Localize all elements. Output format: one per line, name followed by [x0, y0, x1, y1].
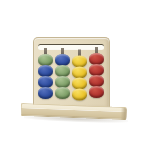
yellow-disc-col3-row1[interactable]: [72, 56, 87, 68]
blue-disc-col1-row3[interactable]: [38, 76, 53, 88]
column-4: [88, 47, 105, 103]
yellow-disc-col3-row4[interactable]: [72, 89, 87, 101]
green-disc-col2-row2[interactable]: [55, 65, 70, 77]
disc-columns: [37, 48, 105, 104]
green-disc-col2-row4[interactable]: [55, 87, 70, 99]
toy-scene: [0, 0, 150, 150]
column-3: [71, 50, 88, 106]
green-disc-col2-row3[interactable]: [55, 76, 70, 88]
column-2: [54, 48, 71, 104]
yellow-disc-col3-row3[interactable]: [72, 78, 87, 90]
blue-disc-col1-row4[interactable]: [38, 87, 53, 99]
red-disc-col4-row2[interactable]: [89, 64, 104, 76]
red-disc-col4-row3[interactable]: [89, 75, 104, 87]
column-1: [37, 48, 54, 104]
green-disc-col1-row1[interactable]: [38, 54, 53, 66]
red-disc-col4-row4[interactable]: [89, 86, 104, 98]
red-disc-col4-row1[interactable]: [89, 53, 104, 65]
yellow-disc-col3-row2[interactable]: [72, 67, 87, 79]
blue-disc-col2-row1[interactable]: [55, 54, 70, 66]
blue-disc-col1-row2[interactable]: [38, 65, 53, 77]
